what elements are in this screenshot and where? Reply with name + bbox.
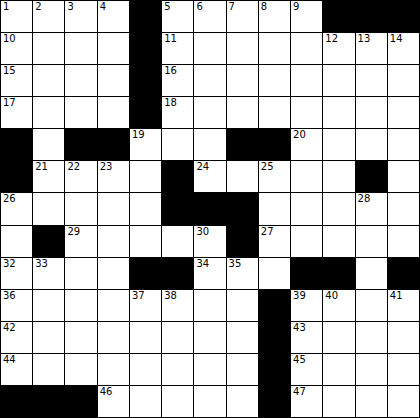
clue-number-21: 21 xyxy=(35,161,48,173)
white-cell-r8c13[interactable] xyxy=(388,226,420,258)
crossword-grid: 1234567891011121314151617181920212223242… xyxy=(0,0,420,418)
white-cell-r10c5[interactable]: 37 xyxy=(130,290,162,322)
white-cell-r12c1[interactable]: 44 xyxy=(1,354,33,386)
clue-number-37: 37 xyxy=(132,290,145,302)
white-cell-r3c13[interactable] xyxy=(388,65,420,97)
white-cell-r5c13[interactable] xyxy=(388,129,420,161)
white-cell-r6c4[interactable]: 23 xyxy=(98,161,130,193)
clue-number-22: 22 xyxy=(67,161,80,173)
clue-number-23: 23 xyxy=(100,161,113,173)
white-cell-r4c13[interactable] xyxy=(388,97,420,129)
clue-number-10: 10 xyxy=(3,33,16,45)
white-cell-r2c11[interactable]: 12 xyxy=(323,33,355,65)
black-cell-r6c12 xyxy=(356,161,388,193)
white-cell-r12c8[interactable] xyxy=(227,354,259,386)
white-cell-r12c5[interactable] xyxy=(130,354,162,386)
white-cell-r5c10[interactable]: 20 xyxy=(291,129,323,161)
clue-number-42: 42 xyxy=(3,322,16,334)
white-cell-r13c10[interactable]: 47 xyxy=(291,386,323,418)
clue-number-3: 3 xyxy=(67,1,73,13)
white-cell-r8c6[interactable] xyxy=(162,226,194,258)
black-cell-r13c3 xyxy=(65,386,97,418)
black-cell-r5c8 xyxy=(227,129,259,161)
black-cell-r10c9 xyxy=(259,290,291,322)
white-cell-r4c8[interactable] xyxy=(227,97,259,129)
white-cell-r11c13[interactable] xyxy=(388,322,420,354)
white-cell-r13c12[interactable] xyxy=(356,386,388,418)
black-cell-r2c5 xyxy=(130,33,162,65)
black-cell-r11c9 xyxy=(259,322,291,354)
white-cell-r13c6[interactable] xyxy=(162,386,194,418)
clue-number-35: 35 xyxy=(229,258,242,270)
white-cell-r2c8[interactable] xyxy=(227,33,259,65)
white-cell-r11c6[interactable] xyxy=(162,322,194,354)
clue-number-14: 14 xyxy=(390,33,403,45)
clue-number-44: 44 xyxy=(3,354,16,366)
white-cell-r10c12[interactable] xyxy=(356,290,388,322)
white-cell-r10c1[interactable]: 36 xyxy=(1,290,33,322)
black-cell-r8c2 xyxy=(33,226,65,258)
white-cell-r2c1[interactable]: 10 xyxy=(1,33,33,65)
white-cell-r4c4[interactable] xyxy=(98,97,130,129)
black-cell-r13c1 xyxy=(1,386,33,418)
white-cell-r3c10[interactable] xyxy=(291,65,323,97)
clue-number-8: 8 xyxy=(261,1,267,13)
white-cell-r11c11[interactable] xyxy=(323,322,355,354)
clue-number-7: 7 xyxy=(229,1,235,13)
white-cell-r2c6[interactable]: 11 xyxy=(162,33,194,65)
white-cell-r3c7[interactable] xyxy=(194,65,226,97)
black-cell-r4c5 xyxy=(130,97,162,129)
white-cell-r2c3[interactable] xyxy=(65,33,97,65)
white-cell-r10c4[interactable] xyxy=(98,290,130,322)
white-cell-r3c4[interactable] xyxy=(98,65,130,97)
black-cell-r12c9 xyxy=(259,354,291,386)
white-cell-r6c13[interactable] xyxy=(388,161,420,193)
white-cell-r7c2[interactable] xyxy=(33,193,65,225)
clue-number-4: 4 xyxy=(100,1,106,13)
black-cell-r7c7 xyxy=(194,193,226,225)
white-cell-r8c7[interactable]: 30 xyxy=(194,226,226,258)
white-cell-r12c7[interactable] xyxy=(194,354,226,386)
white-cell-r12c11[interactable] xyxy=(323,354,355,386)
white-cell-r11c2[interactable] xyxy=(33,322,65,354)
white-cell-r10c10[interactable]: 39 xyxy=(291,290,323,322)
white-cell-r12c4[interactable] xyxy=(98,354,130,386)
white-cell-r10c11[interactable]: 40 xyxy=(323,290,355,322)
black-cell-r9c13 xyxy=(388,258,420,290)
white-cell-r11c4[interactable] xyxy=(98,322,130,354)
clue-number-41: 41 xyxy=(390,290,403,302)
black-cell-r8c8 xyxy=(227,226,259,258)
white-cell-r4c6[interactable]: 18 xyxy=(162,97,194,129)
black-cell-r13c9 xyxy=(259,386,291,418)
black-cell-r5c4 xyxy=(98,129,130,161)
white-cell-r7c10[interactable] xyxy=(291,193,323,225)
clue-number-18: 18 xyxy=(164,97,177,109)
black-cell-r9c11 xyxy=(323,258,355,290)
white-cell-r5c2[interactable] xyxy=(33,129,65,161)
clue-number-32: 32 xyxy=(3,258,16,270)
white-cell-r11c5[interactable] xyxy=(130,322,162,354)
black-cell-r3c5 xyxy=(130,65,162,97)
white-cell-r8c10[interactable] xyxy=(291,226,323,258)
clue-number-38: 38 xyxy=(164,290,177,302)
white-cell-r9c8[interactable]: 35 xyxy=(227,258,259,290)
clue-number-12: 12 xyxy=(325,33,338,45)
white-cell-r11c12[interactable] xyxy=(356,322,388,354)
white-cell-r2c12[interactable]: 13 xyxy=(356,33,388,65)
white-cell-r4c12[interactable] xyxy=(356,97,388,129)
black-cell-r9c5 xyxy=(130,258,162,290)
clue-number-16: 16 xyxy=(164,65,177,77)
white-cell-r7c1[interactable]: 26 xyxy=(1,193,33,225)
white-cell-r3c8[interactable] xyxy=(227,65,259,97)
white-cell-r12c12[interactable] xyxy=(356,354,388,386)
black-cell-r1c5 xyxy=(130,1,162,33)
black-cell-r7c8 xyxy=(227,193,259,225)
white-cell-r6c5[interactable] xyxy=(130,161,162,193)
black-cell-r1c11 xyxy=(323,1,355,33)
white-cell-r10c2[interactable] xyxy=(33,290,65,322)
white-cell-r7c4[interactable] xyxy=(98,193,130,225)
black-cell-r5c9 xyxy=(259,129,291,161)
white-cell-r2c4[interactable] xyxy=(98,33,130,65)
black-cell-r5c3 xyxy=(65,129,97,161)
white-cell-r1c3[interactable]: 3 xyxy=(65,1,97,33)
black-cell-r6c6 xyxy=(162,161,194,193)
white-cell-r5c11[interactable] xyxy=(323,129,355,161)
white-cell-r10c3[interactable] xyxy=(65,290,97,322)
white-cell-r13c11[interactable] xyxy=(323,386,355,418)
white-cell-r12c3[interactable] xyxy=(65,354,97,386)
white-cell-r4c2[interactable] xyxy=(33,97,65,129)
white-cell-r13c7[interactable] xyxy=(194,386,226,418)
clue-number-29: 29 xyxy=(67,226,80,238)
white-cell-r1c2[interactable]: 2 xyxy=(33,1,65,33)
white-cell-r2c13[interactable]: 14 xyxy=(388,33,420,65)
white-cell-r7c3[interactable] xyxy=(65,193,97,225)
clue-number-25: 25 xyxy=(261,161,274,173)
white-cell-r9c9[interactable] xyxy=(259,258,291,290)
white-cell-r8c5[interactable] xyxy=(130,226,162,258)
clue-number-9: 9 xyxy=(293,1,299,13)
white-cell-r12c6[interactable] xyxy=(162,354,194,386)
clue-number-47: 47 xyxy=(293,386,306,398)
white-cell-r3c11[interactable] xyxy=(323,65,355,97)
white-cell-r6c10[interactable] xyxy=(291,161,323,193)
black-cell-r6c1 xyxy=(1,161,33,193)
white-cell-r8c12[interactable] xyxy=(356,226,388,258)
white-cell-r2c2[interactable] xyxy=(33,33,65,65)
white-cell-r6c9[interactable]: 25 xyxy=(259,161,291,193)
white-cell-r12c10[interactable]: 45 xyxy=(291,354,323,386)
white-cell-r9c1[interactable]: 32 xyxy=(1,258,33,290)
white-cell-r2c7[interactable] xyxy=(194,33,226,65)
black-cell-r1c13 xyxy=(388,1,420,33)
black-cell-r9c6 xyxy=(162,258,194,290)
clue-number-46: 46 xyxy=(100,386,113,398)
white-cell-r1c1[interactable]: 1 xyxy=(1,1,33,33)
white-cell-r8c4[interactable] xyxy=(98,226,130,258)
white-cell-r3c2[interactable] xyxy=(33,65,65,97)
white-cell-r1c7[interactable]: 6 xyxy=(194,1,226,33)
white-cell-r4c9[interactable] xyxy=(259,97,291,129)
clue-number-11: 11 xyxy=(164,33,177,45)
clue-number-27: 27 xyxy=(261,226,274,238)
white-cell-r1c6[interactable]: 5 xyxy=(162,1,194,33)
white-cell-r1c9[interactable]: 8 xyxy=(259,1,291,33)
white-cell-r3c1[interactable]: 15 xyxy=(1,65,33,97)
black-cell-r1c12 xyxy=(356,1,388,33)
white-cell-r12c2[interactable] xyxy=(33,354,65,386)
clue-number-39: 39 xyxy=(293,290,306,302)
clue-number-19: 19 xyxy=(132,129,145,141)
clue-number-2: 2 xyxy=(35,1,41,13)
white-cell-r13c13[interactable] xyxy=(388,386,420,418)
white-cell-r10c7[interactable] xyxy=(194,290,226,322)
clue-number-13: 13 xyxy=(358,33,371,45)
clue-number-1: 1 xyxy=(3,1,9,13)
white-cell-r10c6[interactable]: 38 xyxy=(162,290,194,322)
white-cell-r13c5[interactable] xyxy=(130,386,162,418)
white-cell-r4c10[interactable] xyxy=(291,97,323,129)
white-cell-r1c4[interactable]: 4 xyxy=(98,1,130,33)
white-cell-r3c12[interactable] xyxy=(356,65,388,97)
white-cell-r1c8[interactable]: 7 xyxy=(227,1,259,33)
white-cell-r3c6[interactable]: 16 xyxy=(162,65,194,97)
clue-number-24: 24 xyxy=(196,161,209,173)
white-cell-r2c9[interactable] xyxy=(259,33,291,65)
black-cell-r13c2 xyxy=(33,386,65,418)
white-cell-r7c5[interactable] xyxy=(130,193,162,225)
white-cell-r8c3[interactable]: 29 xyxy=(65,226,97,258)
clue-number-26: 26 xyxy=(3,193,16,205)
clue-number-5: 5 xyxy=(164,1,170,13)
clue-number-28: 28 xyxy=(358,193,371,205)
white-cell-r5c6[interactable] xyxy=(162,129,194,161)
white-cell-r11c10[interactable]: 43 xyxy=(291,322,323,354)
white-cell-r5c7[interactable] xyxy=(194,129,226,161)
white-cell-r4c1[interactable]: 17 xyxy=(1,97,33,129)
white-cell-r9c7[interactable]: 34 xyxy=(194,258,226,290)
black-cell-r7c6 xyxy=(162,193,194,225)
white-cell-r7c11[interactable] xyxy=(323,193,355,225)
white-cell-r9c3[interactable] xyxy=(65,258,97,290)
black-cell-r9c10 xyxy=(291,258,323,290)
clue-number-34: 34 xyxy=(196,258,209,270)
white-cell-r8c1[interactable] xyxy=(1,226,33,258)
white-cell-r11c8[interactable] xyxy=(227,322,259,354)
white-cell-r10c13[interactable]: 41 xyxy=(388,290,420,322)
white-cell-r6c7[interactable]: 24 xyxy=(194,161,226,193)
white-cell-r7c13[interactable] xyxy=(388,193,420,225)
white-cell-r9c2[interactable]: 33 xyxy=(33,258,65,290)
white-cell-r1c10[interactable]: 9 xyxy=(291,1,323,33)
white-cell-r8c9[interactable]: 27 xyxy=(259,226,291,258)
white-cell-r6c8[interactable] xyxy=(227,161,259,193)
white-cell-r9c4[interactable] xyxy=(98,258,130,290)
white-cell-r9c12[interactable] xyxy=(356,258,388,290)
clue-number-6: 6 xyxy=(196,1,202,13)
clue-number-36: 36 xyxy=(3,290,16,302)
white-cell-r4c3[interactable] xyxy=(65,97,97,129)
white-cell-r6c3[interactable]: 22 xyxy=(65,161,97,193)
white-cell-r4c7[interactable] xyxy=(194,97,226,129)
white-cell-r11c7[interactable] xyxy=(194,322,226,354)
white-cell-r3c3[interactable] xyxy=(65,65,97,97)
white-cell-r11c3[interactable] xyxy=(65,322,97,354)
clue-number-45: 45 xyxy=(293,354,306,366)
clue-number-17: 17 xyxy=(3,97,16,109)
white-cell-r3c9[interactable] xyxy=(259,65,291,97)
white-cell-r5c12[interactable] xyxy=(356,129,388,161)
clue-number-43: 43 xyxy=(293,322,306,334)
clue-number-40: 40 xyxy=(325,290,338,302)
black-cell-r5c1 xyxy=(1,129,33,161)
white-cell-r5c5[interactable]: 19 xyxy=(130,129,162,161)
white-cell-r13c8[interactable] xyxy=(227,386,259,418)
white-cell-r10c8[interactable] xyxy=(227,290,259,322)
white-cell-r7c12[interactable]: 28 xyxy=(356,193,388,225)
white-cell-r13c4[interactable]: 46 xyxy=(98,386,130,418)
clue-number-33: 33 xyxy=(35,258,48,270)
white-cell-r11c1[interactable]: 42 xyxy=(1,322,33,354)
white-cell-r7c9[interactable] xyxy=(259,193,291,225)
clue-number-20: 20 xyxy=(293,129,306,141)
white-cell-r12c13[interactable] xyxy=(388,354,420,386)
white-cell-r6c2[interactable]: 21 xyxy=(33,161,65,193)
white-cell-r4c11[interactable] xyxy=(323,97,355,129)
white-cell-r2c10[interactable] xyxy=(291,33,323,65)
clue-number-30: 30 xyxy=(196,226,209,238)
clue-number-15: 15 xyxy=(3,65,16,77)
white-cell-r8c11[interactable] xyxy=(323,226,355,258)
white-cell-r6c11[interactable] xyxy=(323,161,355,193)
